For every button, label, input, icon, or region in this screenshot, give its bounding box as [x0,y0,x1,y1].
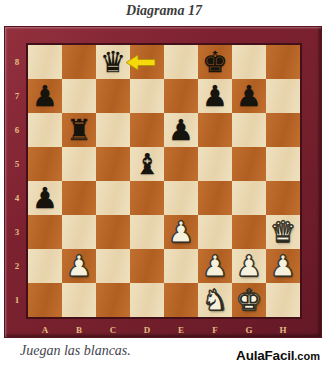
piece-white-pawn-b2[interactable]: ♟ [66,249,92,283]
square-f6[interactable] [198,113,232,147]
square-a7[interactable]: ♟ [28,79,62,113]
square-g3[interactable] [232,215,266,249]
square-h2[interactable]: ♟ [266,249,300,283]
square-h4[interactable] [266,181,300,215]
square-c7[interactable] [96,79,130,113]
square-g2[interactable]: ♟ [232,249,266,283]
square-b8[interactable] [62,45,96,79]
piece-black-king-f8[interactable]: ♚ [202,45,228,79]
square-a4[interactable]: ♟ [28,181,62,215]
square-a5[interactable] [28,147,62,181]
square-e3[interactable]: ♟ [164,215,198,249]
piece-white-pawn-h2[interactable]: ♟ [270,249,296,283]
arrow-shape [126,55,155,70]
square-f1[interactable]: ♞ [198,283,232,317]
square-f4[interactable] [198,181,232,215]
rank-label-8: 8 [9,45,25,79]
piece-black-rook-b6[interactable]: ♜ [66,113,92,147]
piece-white-king-g1[interactable]: ♚ [236,283,262,317]
file-label-d: D [130,321,164,341]
piece-black-bishop-d5[interactable]: ♝ [134,147,160,181]
square-g5[interactable] [232,147,266,181]
square-b4[interactable] [62,181,96,215]
square-e6[interactable]: ♟ [164,113,198,147]
square-d6[interactable] [130,113,164,147]
file-label-c: C [96,321,130,341]
square-d7[interactable] [130,79,164,113]
rank-label-4: 4 [9,181,25,215]
square-a6[interactable] [28,113,62,147]
piece-black-pawn-a7[interactable]: ♟ [32,79,58,113]
square-c4[interactable] [96,181,130,215]
square-f2[interactable]: ♟ [198,249,232,283]
rank-labels: 87654321 [9,45,25,317]
rank-label-3: 3 [9,215,25,249]
square-b2[interactable]: ♟ [62,249,96,283]
move-arrow [125,54,157,71]
piece-black-pawn-g7[interactable]: ♟ [236,79,262,113]
square-c1[interactable] [96,283,130,317]
chess-board: 87654321 ♛♚♟♟♟♜♟♝♟♟♛♟♟♟♟♞♚ ABCDEFGH [4,26,322,338]
square-a8[interactable] [28,45,62,79]
square-e2[interactable] [164,249,198,283]
arrow-icon [125,54,157,71]
page: Diagrama 17 87654321 ♛♚♟♟♟♜♟♝♟♟♛♟♟♟♟♞♚ A… [0,0,328,367]
square-g8[interactable] [232,45,266,79]
rank-label-1: 1 [9,283,25,317]
square-d3[interactable] [130,215,164,249]
square-h5[interactable] [266,147,300,181]
square-h1[interactable] [266,283,300,317]
square-b6[interactable]: ♜ [62,113,96,147]
square-b1[interactable] [62,283,96,317]
square-e8[interactable] [164,45,198,79]
brand-tld: .com [294,350,320,362]
square-e5[interactable] [164,147,198,181]
square-b7[interactable] [62,79,96,113]
file-label-a: A [28,321,62,341]
square-f8[interactable]: ♚ [198,45,232,79]
square-h7[interactable] [266,79,300,113]
piece-white-pawn-g2[interactable]: ♟ [236,249,262,283]
square-f7[interactable]: ♟ [198,79,232,113]
rank-label-7: 7 [9,79,25,113]
square-g7[interactable]: ♟ [232,79,266,113]
file-label-f: F [198,321,232,341]
piece-white-knight-f1[interactable]: ♞ [202,283,228,317]
square-e1[interactable] [164,283,198,317]
rank-label-5: 5 [9,147,25,181]
square-a3[interactable] [28,215,62,249]
brand-name: AulaFacil [236,348,294,363]
square-a2[interactable] [28,249,62,283]
square-h6[interactable] [266,113,300,147]
square-c2[interactable] [96,249,130,283]
file-label-g: G [232,321,266,341]
piece-white-pawn-e3[interactable]: ♟ [168,215,194,249]
square-d4[interactable] [130,181,164,215]
caption: Juegan las blancas. [20,343,131,359]
piece-white-pawn-f2[interactable]: ♟ [202,249,228,283]
square-f5[interactable] [198,147,232,181]
square-d1[interactable] [130,283,164,317]
file-label-e: E [164,321,198,341]
square-d5[interactable]: ♝ [130,147,164,181]
piece-white-queen-h3[interactable]: ♛ [270,215,296,249]
square-g1[interactable]: ♚ [232,283,266,317]
square-d2[interactable] [130,249,164,283]
brand-logo: AulaFacil.com [236,346,320,364]
square-h8[interactable] [266,45,300,79]
piece-black-pawn-e6[interactable]: ♟ [168,113,194,147]
square-c6[interactable] [96,113,130,147]
board-grid: ♛♚♟♟♟♜♟♝♟♟♛♟♟♟♟♞♚ [28,45,300,317]
square-a1[interactable] [28,283,62,317]
square-f3[interactable] [198,215,232,249]
piece-black-queen-c8[interactable]: ♛ [100,45,126,79]
rank-label-6: 6 [9,113,25,147]
square-e4[interactable] [164,181,198,215]
piece-black-pawn-f7[interactable]: ♟ [202,79,228,113]
square-g6[interactable] [232,113,266,147]
piece-black-pawn-a4[interactable]: ♟ [32,181,58,215]
file-label-h: H [266,321,300,341]
square-b3[interactable] [62,215,96,249]
rank-label-2: 2 [9,249,25,283]
square-b5[interactable] [62,147,96,181]
diagram-title: Diagrama 17 [0,3,328,19]
square-g4[interactable] [232,181,266,215]
file-label-b: B [62,321,96,341]
square-e7[interactable] [164,79,198,113]
square-c3[interactable] [96,215,130,249]
file-labels: ABCDEFGH [28,319,300,339]
square-c5[interactable] [96,147,130,181]
square-h3[interactable]: ♛ [266,215,300,249]
